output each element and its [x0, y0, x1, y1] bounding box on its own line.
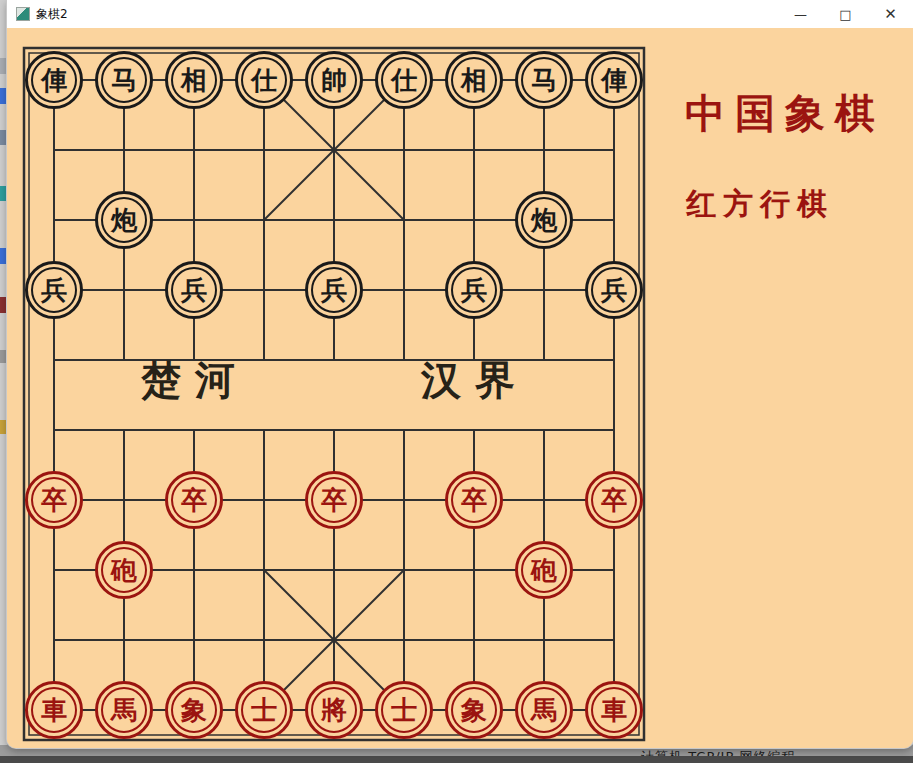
- piece-red[interactable]: 馬: [95, 681, 153, 739]
- piece-red[interactable]: 卒: [305, 471, 363, 529]
- maximize-button[interactable]: □: [823, 0, 868, 28]
- desktop-edge-strip: [0, 0, 7, 763]
- piece-red[interactable]: 車: [585, 681, 643, 739]
- window-title: 象棋2: [36, 6, 68, 23]
- app-icon: [16, 7, 30, 21]
- piece-black[interactable]: 兵: [25, 261, 83, 319]
- close-button[interactable]: ✕: [868, 0, 913, 28]
- piece-black[interactable]: 兵: [165, 261, 223, 319]
- piece-red[interactable]: 將: [305, 681, 363, 739]
- taskbar-edge: [0, 756, 913, 763]
- desktop-icon-fragment: [0, 350, 7, 363]
- piece-black[interactable]: 兵: [305, 261, 363, 319]
- game-title: 中国象棋: [685, 86, 885, 141]
- piece-red[interactable]: 馬: [515, 681, 573, 739]
- game-area: 楚河 汉界 俥马相仕帥仕相马俥炮炮兵兵兵兵兵卒卒卒卒卒砲砲車馬象士將士象馬車 中…: [7, 28, 913, 748]
- board[interactable]: 俥马相仕帥仕相马俥炮炮兵兵兵兵兵卒卒卒卒卒砲砲車馬象士將士象馬車: [19, 45, 649, 745]
- piece-red[interactable]: 士: [235, 681, 293, 739]
- desktop-icon-fragment: [0, 297, 7, 313]
- piece-black[interactable]: 相: [165, 51, 223, 109]
- desktop-icon-fragment: [0, 130, 7, 145]
- piece-red[interactable]: 象: [165, 681, 223, 739]
- piece-black[interactable]: 炮: [95, 191, 153, 249]
- piece-black[interactable]: 俥: [585, 51, 643, 109]
- piece-black[interactable]: 兵: [445, 261, 503, 319]
- piece-black[interactable]: 仕: [235, 51, 293, 109]
- minimize-button[interactable]: —: [778, 0, 823, 28]
- piece-red[interactable]: 砲: [95, 541, 153, 599]
- screen: 计算机 TCP/IP 网络编程 象棋2 — □ ✕ 楚河 汉界 俥马相仕帥仕相马…: [0, 0, 913, 763]
- piece-black[interactable]: 马: [95, 51, 153, 109]
- piece-black[interactable]: 炮: [515, 191, 573, 249]
- piece-black[interactable]: 仕: [375, 51, 433, 109]
- desktop-icon-fragment: [0, 420, 7, 434]
- desktop-icon-fragment: [0, 186, 7, 201]
- piece-black[interactable]: 帥: [305, 51, 363, 109]
- piece-red[interactable]: 象: [445, 681, 503, 739]
- piece-red[interactable]: 卒: [585, 471, 643, 529]
- piece-red[interactable]: 車: [25, 681, 83, 739]
- piece-black[interactable]: 相: [445, 51, 503, 109]
- desktop-icon-fragment: [0, 58, 7, 74]
- desktop-icon-fragment: [0, 88, 7, 104]
- piece-red[interactable]: 卒: [25, 471, 83, 529]
- window-controls: — □ ✕: [778, 0, 913, 28]
- piece-black[interactable]: 俥: [25, 51, 83, 109]
- piece-red[interactable]: 卒: [165, 471, 223, 529]
- piece-red[interactable]: 士: [375, 681, 433, 739]
- desktop-icon-fragment: [0, 248, 7, 264]
- piece-red[interactable]: 砲: [515, 541, 573, 599]
- titlebar: 象棋2 — □ ✕: [7, 0, 913, 28]
- piece-black[interactable]: 兵: [585, 261, 643, 319]
- piece-red[interactable]: 卒: [445, 471, 503, 529]
- piece-black[interactable]: 马: [515, 51, 573, 109]
- turn-indicator: 红方行棋: [686, 184, 834, 225]
- app-window: 象棋2 — □ ✕ 楚河 汉界 俥马相仕帥仕相马俥炮炮兵兵兵兵兵卒卒卒卒卒砲砲車…: [7, 0, 913, 748]
